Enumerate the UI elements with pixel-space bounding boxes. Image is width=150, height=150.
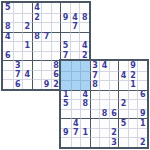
- cell-r9c4[interactable]: [90, 137, 100, 147]
- cell-r5c7[interactable]: 5: [60, 41, 70, 51]
- cell-r5c6[interactable]: [51, 41, 61, 51]
- cell-r6c9[interactable]: 9: [137, 109, 147, 119]
- cell-r2c6[interactable]: [51, 13, 61, 23]
- cell-r4c8[interactable]: [70, 32, 80, 42]
- cell-r3c5[interactable]: [99, 80, 109, 90]
- cell-r7c2[interactable]: 3: [13, 60, 23, 70]
- cell-r4c3[interactable]: 4: [80, 90, 90, 100]
- cell-r6c5[interactable]: [41, 51, 51, 61]
- cell-r1c5[interactable]: 4: [99, 61, 109, 71]
- cell-r9c2[interactable]: [71, 137, 81, 147]
- cell-r8c2[interactable]: 7: [13, 70, 23, 80]
- cell-r7c1[interactable]: [3, 60, 13, 70]
- cell-r1c4[interactable]: 3: [90, 61, 100, 71]
- cell-r2c9[interactable]: 8: [79, 13, 89, 23]
- cell-r2c4[interactable]: 7: [90, 71, 100, 81]
- cell-r9c1[interactable]: [3, 79, 13, 89]
- cell-r3c3[interactable]: [80, 80, 90, 90]
- cell-r3c2[interactable]: [13, 22, 23, 32]
- cell-r5c3[interactable]: 8: [80, 99, 90, 109]
- cell-r1c7[interactable]: [118, 61, 128, 71]
- cell-r1c4[interactable]: 4: [32, 3, 42, 13]
- cell-r8c4[interactable]: [32, 70, 42, 80]
- cell-r2c3[interactable]: [80, 71, 90, 81]
- cell-r4c5[interactable]: 7: [41, 32, 51, 42]
- cell-r4c1[interactable]: 4: [3, 32, 13, 42]
- cell-r4c9[interactable]: 6: [137, 90, 147, 100]
- cell-r2c7[interactable]: 9: [60, 13, 70, 23]
- cell-r1c1[interactable]: [61, 61, 71, 71]
- cell-r3c8[interactable]: 1: [128, 80, 138, 90]
- cell-r3c7[interactable]: [60, 22, 70, 32]
- cell-r5c5[interactable]: [41, 41, 51, 51]
- cell-r3c4[interactable]: [32, 22, 42, 32]
- cell-r6c5[interactable]: 8: [99, 109, 109, 119]
- cell-r1c2[interactable]: [13, 3, 23, 13]
- cell-r8c5[interactable]: [41, 70, 51, 80]
- cell-r3c3[interactable]: 2: [22, 22, 32, 32]
- cell-r6c7[interactable]: [118, 109, 128, 119]
- cell-r7c5[interactable]: [99, 118, 109, 128]
- cell-r5c1[interactable]: [3, 41, 13, 51]
- cell-r6c2[interactable]: [13, 51, 23, 61]
- cell-r5c4[interactable]: [32, 41, 42, 51]
- cell-r2c1[interactable]: [3, 13, 13, 23]
- cell-r4c9[interactable]: [79, 32, 89, 42]
- cell-r2c8[interactable]: 2: [128, 71, 138, 81]
- cell-r6c3[interactable]: [22, 51, 32, 61]
- cell-r8c1[interactable]: 9: [61, 128, 71, 138]
- cell-r2c1[interactable]: [61, 71, 71, 81]
- cell-r5c5[interactable]: [99, 99, 109, 109]
- cell-r7c2[interactable]: 4: [71, 118, 81, 128]
- cell-r9c9[interactable]: 2: [137, 137, 147, 147]
- cell-r6c3[interactable]: [80, 109, 90, 119]
- cell-r6c8[interactable]: [128, 109, 138, 119]
- cell-r6c1[interactable]: [61, 109, 71, 119]
- cell-r9c1[interactable]: [61, 137, 71, 147]
- cell-r1c3[interactable]: [22, 3, 32, 13]
- cell-r4c1[interactable]: 1: [61, 90, 71, 100]
- cell-r2c5[interactable]: [99, 71, 109, 81]
- cell-r7c6[interactable]: [109, 118, 119, 128]
- cell-r1c9[interactable]: [79, 3, 89, 13]
- cell-r4c4[interactable]: 8: [32, 32, 42, 42]
- cell-r9c2[interactable]: 6: [13, 79, 23, 89]
- cell-r8c3[interactable]: 4: [22, 70, 32, 80]
- cell-r8c9[interactable]: [137, 128, 147, 138]
- cell-r5c1[interactable]: 5: [61, 99, 71, 109]
- cell-r3c4[interactable]: 8: [90, 80, 100, 90]
- cell-r1c6[interactable]: [51, 3, 61, 13]
- cell-r1c1[interactable]: 5: [3, 3, 13, 13]
- cell-r5c2[interactable]: [13, 41, 23, 51]
- cell-r2c2[interactable]: [71, 71, 81, 81]
- cell-r9c5[interactable]: [99, 137, 109, 147]
- cell-r2c6[interactable]: [109, 71, 119, 81]
- cell-r1c2[interactable]: [71, 61, 81, 71]
- cell-r6c1[interactable]: 6: [3, 51, 13, 61]
- cell-r1c8[interactable]: 9: [128, 61, 138, 71]
- cell-r8c5[interactable]: [99, 128, 109, 138]
- cell-r2c8[interactable]: 4: [70, 13, 80, 23]
- cell-r4c3[interactable]: [22, 32, 32, 42]
- cell-r4c4[interactable]: [90, 90, 100, 100]
- cell-r1c3[interactable]: [80, 61, 90, 71]
- cell-r9c8[interactable]: [128, 137, 138, 147]
- cell-r4c2[interactable]: [71, 90, 81, 100]
- cell-r5c6[interactable]: [109, 99, 119, 109]
- cell-r3c5[interactable]: [41, 22, 51, 32]
- cell-r9c5[interactable]: 9: [41, 79, 51, 89]
- cell-r3c2[interactable]: [71, 80, 81, 90]
- cell-r6c6[interactable]: 6: [109, 109, 119, 119]
- cell-r7c4[interactable]: [32, 60, 42, 70]
- cell-r2c2[interactable]: [13, 13, 23, 23]
- cell-r5c3[interactable]: 1: [22, 41, 32, 51]
- cell-r3c6[interactable]: [51, 22, 61, 32]
- cell-r4c7[interactable]: [60, 32, 70, 42]
- cell-r2c3[interactable]: [22, 13, 32, 23]
- cell-r1c7[interactable]: [60, 3, 70, 13]
- cell-r3c1[interactable]: [61, 80, 71, 90]
- cell-r9c3[interactable]: [22, 79, 32, 89]
- cell-r8c4[interactable]: [90, 128, 100, 138]
- cell-r7c4[interactable]: [90, 118, 100, 128]
- cell-r5c4[interactable]: [90, 99, 100, 109]
- cell-r5c2[interactable]: [71, 99, 81, 109]
- cell-r2c4[interactable]: 2: [32, 13, 42, 23]
- cell-r5c9[interactable]: [137, 99, 147, 109]
- twodoku-board: 54294882748715467238746692 3497428114658…: [0, 0, 150, 150]
- cell-r5c8[interactable]: [70, 41, 80, 51]
- cell-r9c7[interactable]: [118, 137, 128, 147]
- cell-r1c8[interactable]: [70, 3, 80, 13]
- cell-r8c7[interactable]: [118, 128, 128, 138]
- cell-r4c6[interactable]: [51, 32, 61, 42]
- cell-r3c6[interactable]: [109, 80, 119, 90]
- cell-r9c3[interactable]: [80, 137, 90, 147]
- cell-r1c5[interactable]: [41, 3, 51, 13]
- cell-r7c7[interactable]: 5: [118, 118, 128, 128]
- cell-r7c9[interactable]: 1: [137, 118, 147, 128]
- cell-r7c8[interactable]: [128, 118, 138, 128]
- cell-r5c9[interactable]: 4: [79, 41, 89, 51]
- cell-r3c9[interactable]: [79, 22, 89, 32]
- cell-r4c2[interactable]: [13, 32, 23, 42]
- cell-r2c9[interactable]: [137, 71, 147, 81]
- cell-r4c8[interactable]: [128, 90, 138, 100]
- cell-r3c9[interactable]: [137, 80, 147, 90]
- cell-r3c1[interactable]: 8: [3, 22, 13, 32]
- cell-r7c5[interactable]: [41, 60, 51, 70]
- cell-r5c7[interactable]: 2: [118, 99, 128, 109]
- cell-r9c6[interactable]: 3: [109, 137, 119, 147]
- cell-r6c4[interactable]: [90, 109, 100, 119]
- cell-r8c2[interactable]: 7: [71, 128, 81, 138]
- cell-r4c5[interactable]: [99, 90, 109, 100]
- cell-r2c5[interactable]: [41, 13, 51, 23]
- cell-r7c3[interactable]: [80, 118, 90, 128]
- cell-r5c8[interactable]: [128, 99, 138, 109]
- cell-r7c1[interactable]: [61, 118, 71, 128]
- cell-r9c4[interactable]: [32, 79, 42, 89]
- cell-r8c8[interactable]: [128, 128, 138, 138]
- cell-r8c6[interactable]: 2: [109, 128, 119, 138]
- cell-r1c9[interactable]: [137, 61, 147, 71]
- sudoku-grid-bottom-right: 34974281146582869451971232: [59, 59, 149, 149]
- cell-r7c3[interactable]: [22, 60, 32, 70]
- cell-r4c6[interactable]: [109, 90, 119, 100]
- cell-r3c8[interactable]: 7: [70, 22, 80, 32]
- cell-r8c3[interactable]: 1: [80, 128, 90, 138]
- cell-r4c7[interactable]: [118, 90, 128, 100]
- cell-r6c4[interactable]: [32, 51, 42, 61]
- cell-r2c7[interactable]: 4: [118, 71, 128, 81]
- cell-r8c1[interactable]: [3, 70, 13, 80]
- cell-r1c6[interactable]: [109, 61, 119, 71]
- cell-r6c2[interactable]: [71, 109, 81, 119]
- cell-r3c7[interactable]: [118, 80, 128, 90]
